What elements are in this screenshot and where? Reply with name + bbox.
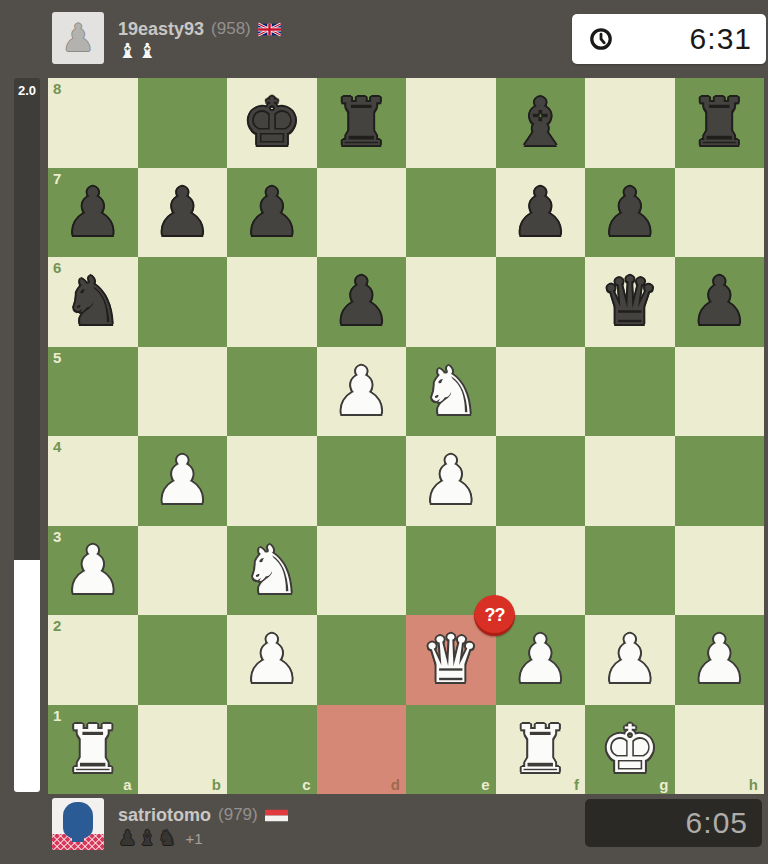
black-bishop-f8[interactable]: ♝ [496,78,586,168]
white-king-g1[interactable]: ♚ [585,705,675,795]
square-a7[interactable]: 7♟ [48,168,138,258]
square-f8[interactable]: ♝ [496,78,586,168]
square-b3[interactable] [138,526,228,616]
bottom-player-info: satriotomo (979) [118,803,288,827]
black-pawn-f7[interactable]: ♟ [496,168,586,258]
square-b8[interactable] [138,78,228,168]
bottom-player-clock: 6:05 [585,799,762,847]
top-player-avatar[interactable]: ♟ [52,12,104,64]
square-h7[interactable] [675,168,765,258]
square-g7[interactable]: ♟ [585,168,675,258]
black-pawn-g7[interactable]: ♟ [585,168,675,258]
rank-label-8: 8 [53,80,61,97]
file-label-c: c [302,776,310,793]
square-a6[interactable]: 6♞ [48,257,138,347]
file-label-e: e [481,776,489,793]
white-pawn-b4[interactable]: ♟ [138,436,228,526]
black-rook-h8[interactable]: ♜ [675,78,765,168]
material-advantage: +1 [185,830,202,847]
square-c4[interactable] [227,436,317,526]
square-a3[interactable]: 3♟ [48,526,138,616]
square-e7[interactable] [406,168,496,258]
white-pawn-c2[interactable]: ♟ [227,615,317,705]
square-g8[interactable] [585,78,675,168]
black-pawn-h6[interactable]: ♟ [675,257,765,347]
indonesia-flag-icon [265,808,288,823]
rank-label-4: 4 [53,438,61,455]
square-f5[interactable] [496,347,586,437]
pawn-avatar-icon: ♟ [52,12,104,64]
top-player-info: 19easty93 (958) [118,17,281,41]
square-a2[interactable]: 2 [48,615,138,705]
square-h3[interactable] [675,526,765,616]
square-b4[interactable]: ♟ [138,436,228,526]
uk-flag-icon [258,22,281,37]
square-f7[interactable]: ♟ [496,168,586,258]
square-c8[interactable]: ♚ [227,78,317,168]
evaluation-bar: 2.0 [14,78,40,792]
square-g1[interactable]: g♚ [585,705,675,795]
file-label-d: d [391,776,400,793]
square-d3[interactable] [317,526,407,616]
square-e6[interactable] [406,257,496,347]
square-h5[interactable] [675,347,765,437]
white-pawn-a3[interactable]: ♟ [48,526,138,616]
white-knight-e5[interactable]: ♞ [406,347,496,437]
bottom-clock-time: 6:05 [585,806,762,840]
top-captured-pieces: ♝♝ [118,39,158,63]
captured-white-bishops: ♝♝ [118,39,158,63]
square-a5[interactable]: 5 [48,347,138,437]
square-c1[interactable]: c [227,705,317,795]
top-player-rating: (958) [211,19,251,39]
square-h6[interactable]: ♟ [675,257,765,347]
rank-label-5: 5 [53,349,61,366]
square-c7[interactable]: ♟ [227,168,317,258]
square-f4[interactable] [496,436,586,526]
square-c3[interactable]: ♞ [227,526,317,616]
white-pawn-h2[interactable]: ♟ [675,615,765,705]
square-d6[interactable]: ♟ [317,257,407,347]
file-label-b: b [212,776,221,793]
square-a1[interactable]: 1a♜ [48,705,138,795]
square-a4[interactable]: 4 [48,436,138,526]
square-h4[interactable] [675,436,765,526]
square-e8[interactable] [406,78,496,168]
square-h1[interactable]: h [675,705,765,795]
square-d8[interactable]: ♜ [317,78,407,168]
white-rook-a1[interactable]: ♜ [48,705,138,795]
square-f6[interactable] [496,257,586,347]
eval-score: 2.0 [14,83,40,98]
black-queen-g6[interactable]: ♛ [585,257,675,347]
black-rook-d8[interactable]: ♜ [317,78,407,168]
square-a8[interactable]: 8 [48,78,138,168]
square-h2[interactable]: ♟ [675,615,765,705]
black-knight-a6[interactable]: ♞ [48,257,138,347]
bottom-player-rating: (979) [218,805,258,825]
blunder-glyph: ?? [485,605,505,626]
black-king-c8[interactable]: ♚ [227,78,317,168]
chess-board: ?? 8♚♜♝♜7♟♟♟♟♟6♞♟♛♟5♟♞4♟♟3♟♞2♟♛♟♟♟1a♜bcd… [48,78,764,794]
eval-white-section [14,560,40,792]
bottom-captured-pieces: ♟♝♞ +1 [118,826,203,850]
bottom-player-avatar[interactable] [52,798,104,850]
black-pawn-c7[interactable]: ♟ [227,168,317,258]
bottom-player-name[interactable]: satriotomo [118,805,211,826]
square-d1[interactable]: d [317,705,407,795]
white-rook-f1[interactable]: ♜ [496,705,586,795]
square-b7[interactable]: ♟ [138,168,228,258]
square-b6[interactable] [138,257,228,347]
square-d2[interactable] [317,615,407,705]
square-g2[interactable]: ♟ [585,615,675,705]
square-c2[interactable]: ♟ [227,615,317,705]
square-b1[interactable]: b [138,705,228,795]
white-knight-c3[interactable]: ♞ [227,526,317,616]
person-avatar-icon [63,802,93,838]
white-pawn-e4[interactable]: ♟ [406,436,496,526]
square-h8[interactable]: ♜ [675,78,765,168]
square-g5[interactable] [585,347,675,437]
black-pawn-b7[interactable]: ♟ [138,168,228,258]
square-c5[interactable] [227,347,317,437]
black-pawn-d6[interactable]: ♟ [317,257,407,347]
blunder-badge: ?? [474,595,515,636]
white-pawn-g2[interactable]: ♟ [585,615,675,705]
top-player-name[interactable]: 19easty93 [118,19,204,40]
rank-label-2: 2 [53,617,61,634]
square-b2[interactable] [138,615,228,705]
white-pawn-d5[interactable]: ♟ [317,347,407,437]
square-d5[interactable]: ♟ [317,347,407,437]
square-e1[interactable]: e [406,705,496,795]
square-c6[interactable] [227,257,317,347]
file-label-h: h [749,776,758,793]
top-clock-time: 6:31 [614,22,766,56]
square-d4[interactable] [317,436,407,526]
top-player-clock: 6:31 [572,14,766,64]
black-pawn-a7[interactable]: ♟ [48,168,138,258]
captured-black-pieces: ♟♝♞ [118,826,177,850]
square-e5[interactable]: ♞ [406,347,496,437]
square-f1[interactable]: f♜ [496,705,586,795]
square-d7[interactable] [317,168,407,258]
square-b5[interactable] [138,347,228,437]
square-g3[interactable] [585,526,675,616]
clock-icon [588,26,614,52]
square-g6[interactable]: ♛ [585,257,675,347]
square-e4[interactable]: ♟ [406,436,496,526]
square-g4[interactable] [585,436,675,526]
